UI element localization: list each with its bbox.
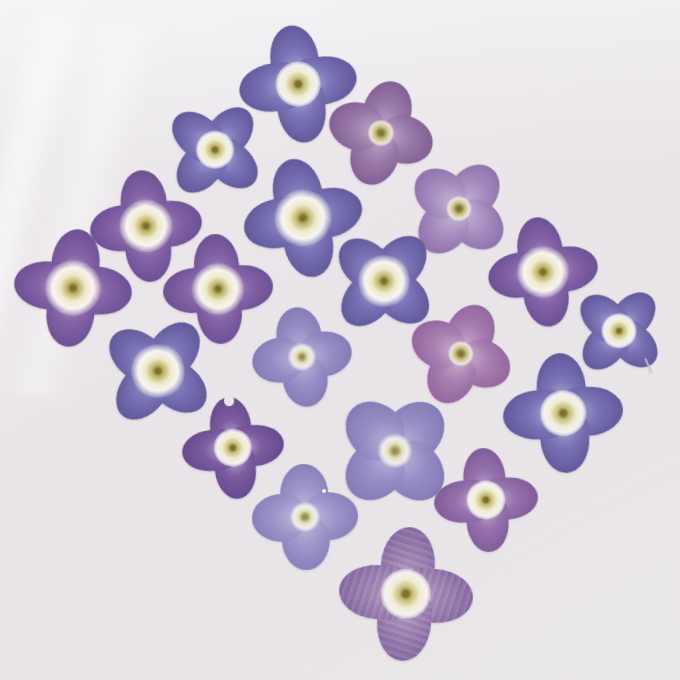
dust-speck (322, 489, 326, 493)
petal-notch (224, 395, 235, 406)
flowers-layer (0, 0, 680, 680)
photo-pressed-flowers (0, 0, 680, 680)
pressed-hydrangea-floret-20 (434, 448, 539, 553)
pressed-hydrangea-floret-18 (253, 465, 356, 568)
pressed-hydrangea-floret-12 (249, 304, 355, 410)
